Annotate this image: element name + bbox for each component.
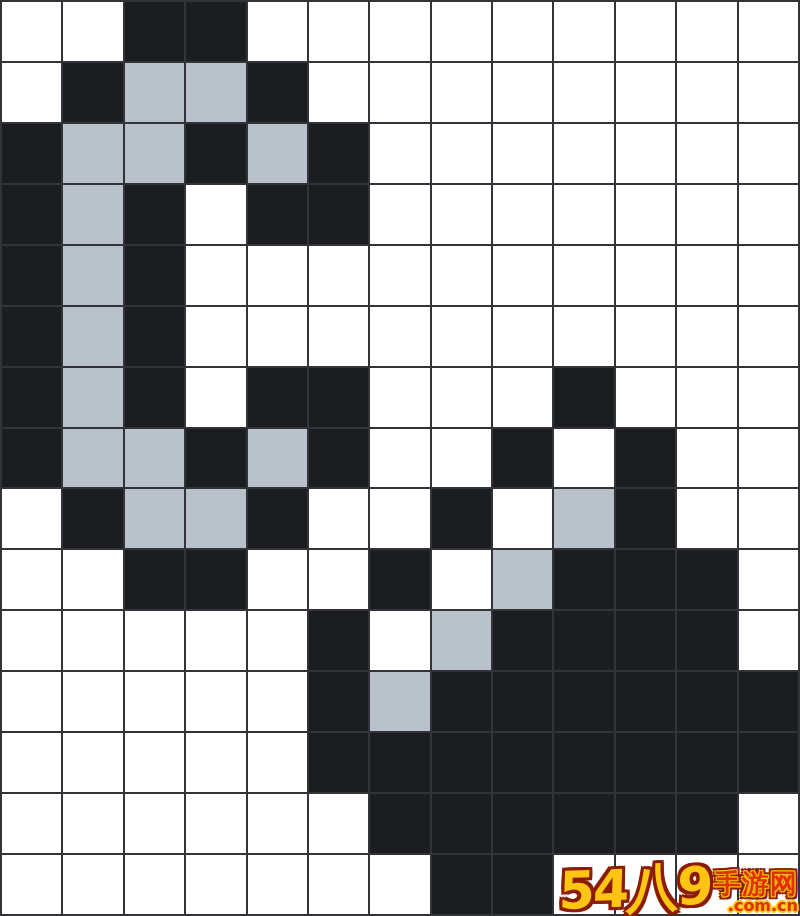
cell-r4-c11[interactable]: [677, 246, 736, 305]
cell-r8-c8[interactable]: [493, 489, 552, 548]
cell-r3-c6[interactable]: [370, 185, 429, 244]
cell-r10-c5[interactable]: [309, 611, 368, 670]
cell-r2-c1[interactable]: [63, 124, 122, 183]
cell-r2-c0[interactable]: [2, 124, 61, 183]
cell-r7-c11[interactable]: [677, 429, 736, 488]
cell-r4-c0[interactable]: [2, 246, 61, 305]
pixel-art-screenshot: 54八9 手游网 .com.cn: [0, 0, 800, 916]
cell-r0-c7[interactable]: [432, 2, 491, 61]
cell-r12-c0[interactable]: [2, 733, 61, 792]
cell-r2-c5[interactable]: [309, 124, 368, 183]
cell-r12-c8[interactable]: [493, 733, 552, 792]
cell-r14-c1[interactable]: [63, 855, 122, 914]
cell-r4-c3[interactable]: [186, 246, 245, 305]
cell-r7-c2[interactable]: [125, 429, 184, 488]
cell-r14-c0[interactable]: [2, 855, 61, 914]
cell-r6-c7[interactable]: [432, 368, 491, 427]
cell-r2-c3[interactable]: [186, 124, 245, 183]
cell-r3-c4[interactable]: [248, 185, 307, 244]
cell-r1-c4[interactable]: [248, 63, 307, 122]
cell-r10-c3[interactable]: [186, 611, 245, 670]
cell-r0-c5[interactable]: [309, 2, 368, 61]
cell-r14-c7[interactable]: [432, 855, 491, 914]
cell-r0-c6[interactable]: [370, 2, 429, 61]
cell-r12-c5[interactable]: [309, 733, 368, 792]
cell-r11-c10[interactable]: [616, 672, 675, 731]
cell-r6-c1[interactable]: [63, 368, 122, 427]
cell-r5-c9[interactable]: [554, 307, 613, 366]
cell-r2-c9[interactable]: [554, 124, 613, 183]
cell-r6-c0[interactable]: [2, 368, 61, 427]
cell-r10-c9[interactable]: [554, 611, 613, 670]
cell-r8-c4[interactable]: [248, 489, 307, 548]
cell-r11-c4[interactable]: [248, 672, 307, 731]
cell-r14-c2[interactable]: [125, 855, 184, 914]
pixel-grid-board: [0, 0, 800, 916]
cell-r10-c6[interactable]: [370, 611, 429, 670]
cell-r13-c9[interactable]: [554, 794, 613, 853]
cell-r2-c4[interactable]: [248, 124, 307, 183]
cell-r12-c7[interactable]: [432, 733, 491, 792]
cell-r0-c0[interactable]: [2, 2, 61, 61]
cell-r0-c10[interactable]: [616, 2, 675, 61]
cell-r7-c10[interactable]: [616, 429, 675, 488]
cell-r13-c4[interactable]: [248, 794, 307, 853]
cell-r5-c8[interactable]: [493, 307, 552, 366]
cell-r14-c4[interactable]: [248, 855, 307, 914]
cell-r0-c8[interactable]: [493, 2, 552, 61]
cell-r0-c4[interactable]: [248, 2, 307, 61]
cell-r7-c9[interactable]: [554, 429, 613, 488]
cell-r11-c0[interactable]: [2, 672, 61, 731]
cell-r11-c8[interactable]: [493, 672, 552, 731]
cell-r7-c4[interactable]: [248, 429, 307, 488]
cell-r0-c11[interactable]: [677, 2, 736, 61]
cell-r8-c7[interactable]: [432, 489, 491, 548]
cell-r5-c11[interactable]: [677, 307, 736, 366]
cell-r3-c2[interactable]: [125, 185, 184, 244]
cell-r3-c7[interactable]: [432, 185, 491, 244]
cell-r6-c12[interactable]: [739, 368, 798, 427]
cell-r0-c12[interactable]: [739, 2, 798, 61]
cell-r8-c6[interactable]: [370, 489, 429, 548]
cell-r14-c12[interactable]: [739, 855, 798, 914]
cell-r9-c3[interactable]: [186, 550, 245, 609]
cell-r5-c12[interactable]: [739, 307, 798, 366]
cell-r1-c1[interactable]: [63, 63, 122, 122]
cell-r13-c12[interactable]: [739, 794, 798, 853]
cell-r12-c4[interactable]: [248, 733, 307, 792]
cell-r9-c1[interactable]: [63, 550, 122, 609]
cell-r12-c3[interactable]: [186, 733, 245, 792]
cell-r14-c6[interactable]: [370, 855, 429, 914]
cell-r8-c10[interactable]: [616, 489, 675, 548]
cell-r13-c11[interactable]: [677, 794, 736, 853]
cell-r10-c7[interactable]: [432, 611, 491, 670]
cell-r3-c11[interactable]: [677, 185, 736, 244]
cell-r4-c5[interactable]: [309, 246, 368, 305]
cell-r8-c1[interactable]: [63, 489, 122, 548]
cell-r9-c10[interactable]: [616, 550, 675, 609]
cell-r6-c2[interactable]: [125, 368, 184, 427]
cell-r5-c10[interactable]: [616, 307, 675, 366]
cell-r3-c3[interactable]: [186, 185, 245, 244]
cell-r0-c2[interactable]: [125, 2, 184, 61]
cell-r0-c3[interactable]: [186, 2, 245, 61]
cell-r7-c3[interactable]: [186, 429, 245, 488]
cell-r14-c3[interactable]: [186, 855, 245, 914]
cell-r5-c1[interactable]: [63, 307, 122, 366]
cell-r6-c9[interactable]: [554, 368, 613, 427]
cell-r12-c12[interactable]: [739, 733, 798, 792]
cell-r8-c9[interactable]: [554, 489, 613, 548]
cell-r4-c7[interactable]: [432, 246, 491, 305]
cell-r10-c4[interactable]: [248, 611, 307, 670]
cell-r8-c11[interactable]: [677, 489, 736, 548]
cell-r3-c0[interactable]: [2, 185, 61, 244]
cell-r7-c0[interactable]: [2, 429, 61, 488]
cell-r13-c5[interactable]: [309, 794, 368, 853]
cell-r1-c8[interactable]: [493, 63, 552, 122]
cell-r1-c12[interactable]: [739, 63, 798, 122]
cell-r5-c5[interactable]: [309, 307, 368, 366]
cell-r8-c12[interactable]: [739, 489, 798, 548]
cell-r6-c3[interactable]: [186, 368, 245, 427]
cell-r1-c9[interactable]: [554, 63, 613, 122]
cell-r1-c5[interactable]: [309, 63, 368, 122]
cell-r9-c0[interactable]: [2, 550, 61, 609]
cell-r11-c6[interactable]: [370, 672, 429, 731]
cell-r1-c6[interactable]: [370, 63, 429, 122]
cell-r10-c10[interactable]: [616, 611, 675, 670]
cell-r9-c8[interactable]: [493, 550, 552, 609]
cell-r13-c1[interactable]: [63, 794, 122, 853]
cell-r4-c8[interactable]: [493, 246, 552, 305]
cell-r4-c1[interactable]: [63, 246, 122, 305]
cell-r7-c5[interactable]: [309, 429, 368, 488]
cell-r9-c12[interactable]: [739, 550, 798, 609]
cell-r6-c11[interactable]: [677, 368, 736, 427]
cell-r7-c6[interactable]: [370, 429, 429, 488]
cell-r4-c9[interactable]: [554, 246, 613, 305]
cell-r5-c0[interactable]: [2, 307, 61, 366]
cell-r11-c2[interactable]: [125, 672, 184, 731]
cell-r11-c7[interactable]: [432, 672, 491, 731]
cell-r5-c2[interactable]: [125, 307, 184, 366]
cell-r9-c2[interactable]: [125, 550, 184, 609]
cell-r12-c11[interactable]: [677, 733, 736, 792]
cell-r0-c9[interactable]: [554, 2, 613, 61]
cell-r3-c10[interactable]: [616, 185, 675, 244]
cell-r12-c6[interactable]: [370, 733, 429, 792]
cell-r5-c7[interactable]: [432, 307, 491, 366]
cell-r11-c1[interactable]: [63, 672, 122, 731]
cell-r13-c7[interactable]: [432, 794, 491, 853]
cell-r9-c5[interactable]: [309, 550, 368, 609]
cell-r1-c10[interactable]: [616, 63, 675, 122]
cell-r10-c8[interactable]: [493, 611, 552, 670]
cell-r11-c9[interactable]: [554, 672, 613, 731]
cell-r13-c0[interactable]: [2, 794, 61, 853]
cell-r2-c8[interactable]: [493, 124, 552, 183]
cell-r8-c5[interactable]: [309, 489, 368, 548]
cell-r9-c9[interactable]: [554, 550, 613, 609]
cell-r12-c2[interactable]: [125, 733, 184, 792]
cell-r3-c8[interactable]: [493, 185, 552, 244]
cell-r9-c7[interactable]: [432, 550, 491, 609]
cell-r6-c8[interactable]: [493, 368, 552, 427]
cell-r14-c10[interactable]: [616, 855, 675, 914]
cell-r12-c9[interactable]: [554, 733, 613, 792]
cell-r9-c4[interactable]: [248, 550, 307, 609]
cell-r2-c2[interactable]: [125, 124, 184, 183]
cell-r12-c10[interactable]: [616, 733, 675, 792]
cell-r1-c7[interactable]: [432, 63, 491, 122]
cell-r6-c4[interactable]: [248, 368, 307, 427]
cell-r9-c11[interactable]: [677, 550, 736, 609]
cell-r2-c12[interactable]: [739, 124, 798, 183]
cell-r0-c1[interactable]: [63, 2, 122, 61]
cell-r8-c3[interactable]: [186, 489, 245, 548]
cell-r1-c2[interactable]: [125, 63, 184, 122]
cell-r7-c12[interactable]: [739, 429, 798, 488]
cell-r8-c0[interactable]: [2, 489, 61, 548]
cell-r13-c6[interactable]: [370, 794, 429, 853]
cell-r10-c2[interactable]: [125, 611, 184, 670]
cell-r3-c1[interactable]: [63, 185, 122, 244]
cell-r3-c9[interactable]: [554, 185, 613, 244]
cell-r8-c2[interactable]: [125, 489, 184, 548]
cell-r2-c10[interactable]: [616, 124, 675, 183]
cell-r14-c5[interactable]: [309, 855, 368, 914]
cell-r13-c10[interactable]: [616, 794, 675, 853]
cell-r7-c7[interactable]: [432, 429, 491, 488]
cell-r10-c12[interactable]: [739, 611, 798, 670]
cell-r11-c11[interactable]: [677, 672, 736, 731]
cell-r13-c3[interactable]: [186, 794, 245, 853]
cell-r10-c1[interactable]: [63, 611, 122, 670]
cell-r1-c0[interactable]: [2, 63, 61, 122]
cell-r13-c8[interactable]: [493, 794, 552, 853]
cell-r6-c6[interactable]: [370, 368, 429, 427]
cell-r4-c12[interactable]: [739, 246, 798, 305]
cell-r13-c2[interactable]: [125, 794, 184, 853]
cell-r2-c7[interactable]: [432, 124, 491, 183]
cell-r5-c4[interactable]: [248, 307, 307, 366]
cell-r7-c1[interactable]: [63, 429, 122, 488]
cell-r6-c5[interactable]: [309, 368, 368, 427]
cell-r10-c11[interactable]: [677, 611, 736, 670]
cell-r7-c8[interactable]: [493, 429, 552, 488]
cell-r3-c12[interactable]: [739, 185, 798, 244]
cell-r14-c8[interactable]: [493, 855, 552, 914]
cell-r1-c3[interactable]: [186, 63, 245, 122]
cell-r4-c4[interactable]: [248, 246, 307, 305]
cell-r14-c9[interactable]: [554, 855, 613, 914]
cell-r4-c2[interactable]: [125, 246, 184, 305]
cell-r3-c5[interactable]: [309, 185, 368, 244]
cell-r2-c11[interactable]: [677, 124, 736, 183]
cell-r6-c10[interactable]: [616, 368, 675, 427]
cell-r11-c5[interactable]: [309, 672, 368, 731]
cell-r10-c0[interactable]: [2, 611, 61, 670]
cell-r5-c6[interactable]: [370, 307, 429, 366]
cell-r11-c3[interactable]: [186, 672, 245, 731]
cell-r4-c10[interactable]: [616, 246, 675, 305]
cell-r11-c12[interactable]: [739, 672, 798, 731]
cell-r1-c11[interactable]: [677, 63, 736, 122]
cell-r14-c11[interactable]: [677, 855, 736, 914]
cell-r4-c6[interactable]: [370, 246, 429, 305]
cell-r12-c1[interactable]: [63, 733, 122, 792]
cell-r2-c6[interactable]: [370, 124, 429, 183]
cell-r5-c3[interactable]: [186, 307, 245, 366]
cell-r9-c6[interactable]: [370, 550, 429, 609]
